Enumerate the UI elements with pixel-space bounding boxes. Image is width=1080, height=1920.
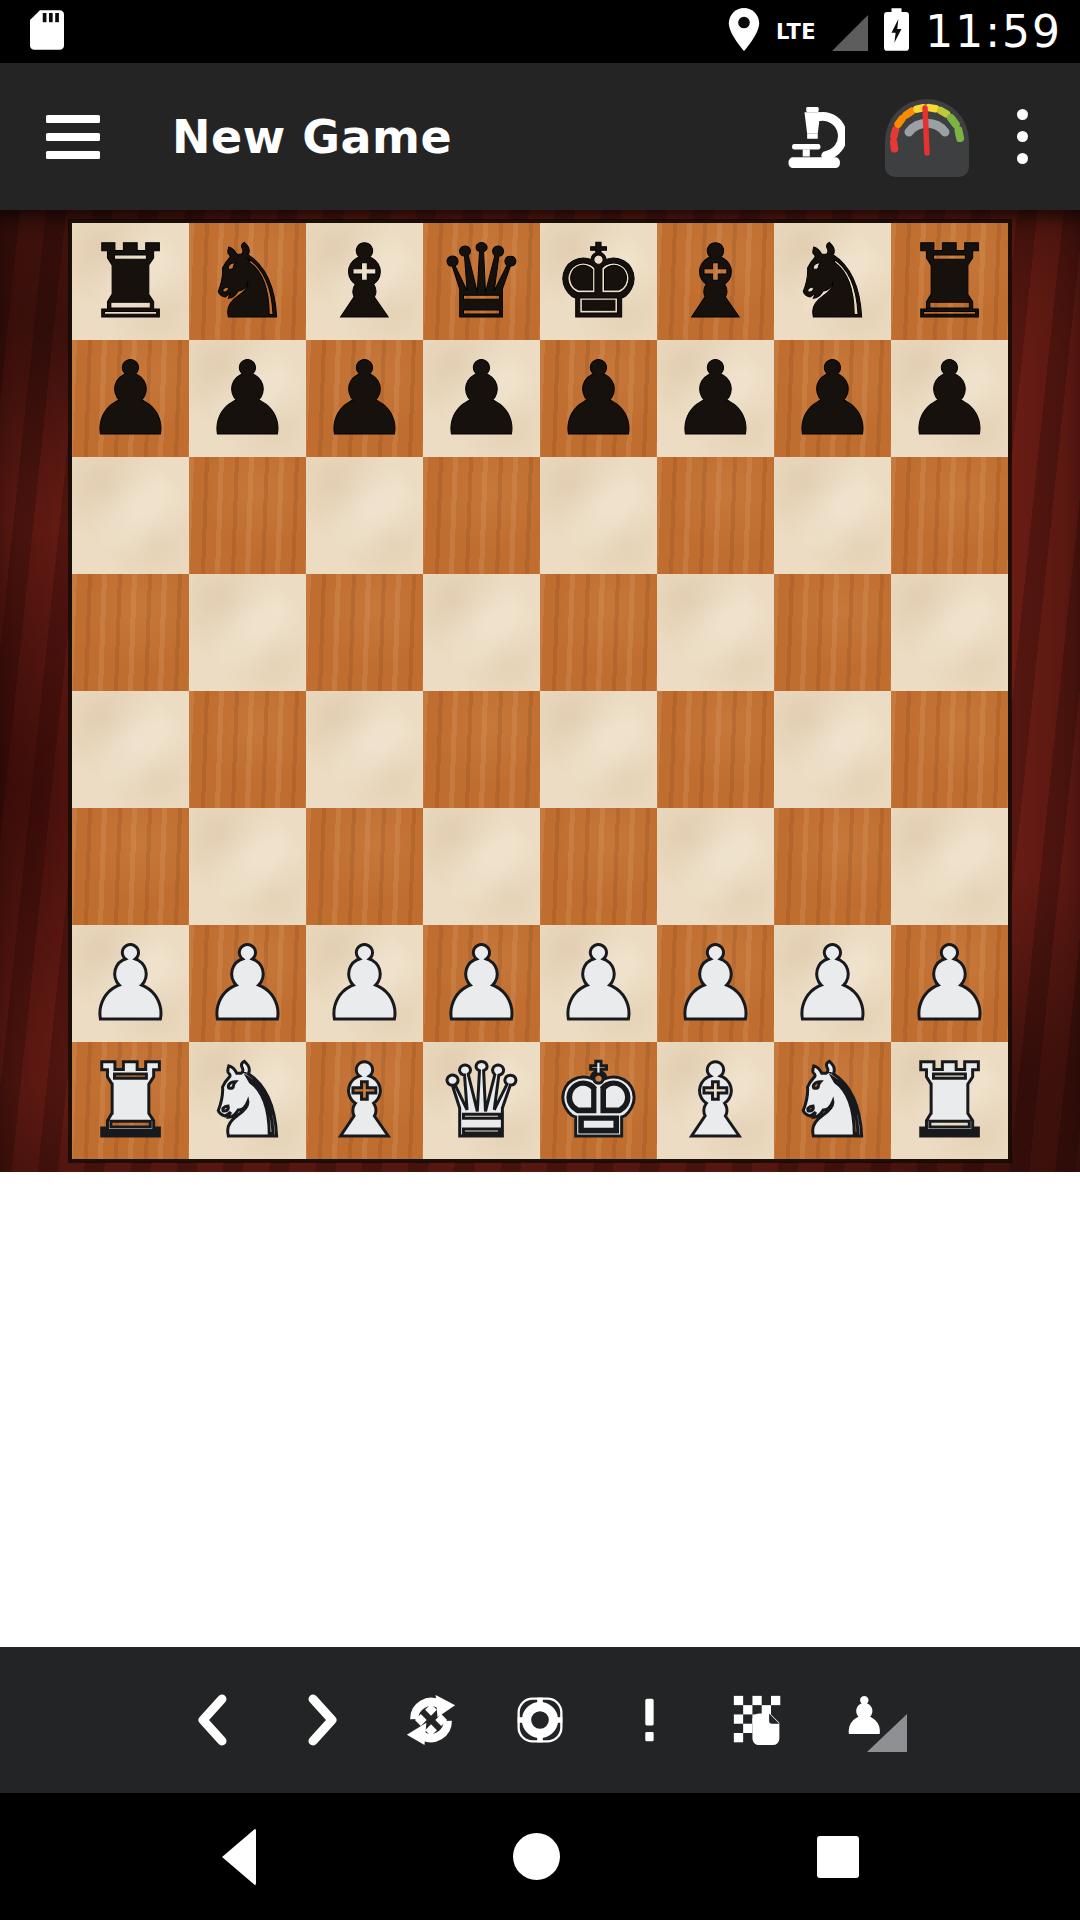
next-move-button[interactable] bbox=[296, 1694, 348, 1746]
board-background: ♜♞♝♛♚♝♞♜♟♟♟♟♟♟♟♟♟♟♟♟♟♟♟♟♜♞♝♛♚♝♞♜ bbox=[0, 210, 1080, 1172]
recents-square-icon bbox=[817, 1836, 859, 1878]
square-c4[interactable] bbox=[306, 691, 423, 808]
nav-back-button[interactable] bbox=[222, 1828, 256, 1886]
black-rook: ♜ bbox=[904, 231, 995, 333]
white-knight: ♞ bbox=[202, 1050, 293, 1152]
square-b2[interactable]: ♟ bbox=[189, 925, 306, 1042]
square-e3[interactable] bbox=[540, 808, 657, 925]
square-d5[interactable] bbox=[423, 574, 540, 691]
black-queen: ♛ bbox=[436, 231, 527, 333]
square-h8[interactable]: ♜ bbox=[891, 223, 1008, 340]
white-king: ♚ bbox=[553, 1050, 644, 1152]
square-a8[interactable]: ♜ bbox=[72, 223, 189, 340]
white-rook: ♜ bbox=[904, 1050, 995, 1152]
page-title: New Game bbox=[172, 110, 452, 164]
app-bar: New Game bbox=[0, 63, 1080, 210]
white-bishop: ♝ bbox=[670, 1050, 761, 1152]
square-f4[interactable] bbox=[657, 691, 774, 808]
home-circle-icon bbox=[513, 1833, 560, 1880]
square-g6[interactable] bbox=[774, 457, 891, 574]
white-queen: ♛ bbox=[436, 1050, 527, 1152]
signal-empty-icon bbox=[832, 15, 868, 51]
black-knight: ♞ bbox=[202, 231, 293, 333]
square-e1[interactable]: ♚ bbox=[540, 1042, 657, 1159]
square-d3[interactable] bbox=[423, 808, 540, 925]
white-pawn: ♟ bbox=[904, 933, 995, 1035]
android-nav-bar bbox=[0, 1793, 1080, 1920]
chessboard[interactable]: ♜♞♝♛♚♝♞♜♟♟♟♟♟♟♟♟♟♟♟♟♟♟♟♟♜♞♝♛♚♝♞♜ bbox=[69, 220, 1011, 1162]
square-b6[interactable] bbox=[189, 457, 306, 574]
square-d6[interactable] bbox=[423, 457, 540, 574]
hamburger-menu-icon[interactable] bbox=[46, 115, 100, 159]
previous-move-button[interactable] bbox=[187, 1694, 239, 1746]
square-a3[interactable] bbox=[72, 808, 189, 925]
square-f3[interactable] bbox=[657, 808, 774, 925]
white-pawn: ♟ bbox=[85, 933, 176, 1035]
lte-label: LTE bbox=[776, 20, 816, 44]
square-h1[interactable]: ♜ bbox=[891, 1042, 1008, 1159]
black-bishop: ♝ bbox=[319, 231, 410, 333]
square-g7[interactable]: ♟ bbox=[774, 340, 891, 457]
white-pawn: ♟ bbox=[319, 933, 410, 1035]
square-f7[interactable]: ♟ bbox=[657, 340, 774, 457]
hint-lifebuoy-button[interactable] bbox=[514, 1694, 566, 1746]
square-c1[interactable]: ♝ bbox=[306, 1042, 423, 1159]
square-h5[interactable] bbox=[891, 574, 1008, 691]
sd-card-icon bbox=[30, 10, 64, 54]
square-a1[interactable]: ♜ bbox=[72, 1042, 189, 1159]
clock-time: 11:59 bbox=[925, 6, 1062, 57]
square-b4[interactable] bbox=[189, 691, 306, 808]
white-rook: ♜ bbox=[85, 1050, 176, 1152]
square-c7[interactable]: ♟ bbox=[306, 340, 423, 457]
square-f5[interactable] bbox=[657, 574, 774, 691]
status-bar: LTE 11:59 bbox=[0, 0, 1080, 63]
square-b3[interactable] bbox=[189, 808, 306, 925]
square-b8[interactable]: ♞ bbox=[189, 223, 306, 340]
square-c6[interactable] bbox=[306, 457, 423, 574]
white-pawn: ♟ bbox=[787, 933, 878, 1035]
content-blank-area bbox=[0, 1172, 1080, 1647]
black-pawn: ♟ bbox=[319, 348, 410, 450]
black-pawn: ♟ bbox=[436, 348, 527, 450]
square-h7[interactable]: ♟ bbox=[891, 340, 1008, 457]
square-g4[interactable] bbox=[774, 691, 891, 808]
level-triangle-icon bbox=[867, 1714, 907, 1752]
battery-charging-icon bbox=[884, 8, 909, 55]
black-pawn: ♟ bbox=[202, 348, 293, 450]
square-b7[interactable]: ♟ bbox=[189, 340, 306, 457]
square-f8[interactable]: ♝ bbox=[657, 223, 774, 340]
white-pawn: ♟ bbox=[202, 933, 293, 1035]
square-e8[interactable]: ♚ bbox=[540, 223, 657, 340]
setup-position-button[interactable] bbox=[732, 1694, 784, 1746]
square-d1[interactable]: ♛ bbox=[423, 1042, 540, 1159]
black-knight: ♞ bbox=[787, 231, 878, 333]
square-f6[interactable] bbox=[657, 457, 774, 574]
square-e4[interactable] bbox=[540, 691, 657, 808]
square-c8[interactable]: ♝ bbox=[306, 223, 423, 340]
black-rook: ♜ bbox=[85, 231, 176, 333]
square-d2[interactable]: ♟ bbox=[423, 925, 540, 1042]
square-g8[interactable]: ♞ bbox=[774, 223, 891, 340]
white-pawn: ♟ bbox=[670, 933, 761, 1035]
square-g5[interactable] bbox=[774, 574, 891, 691]
alert-exclamation-button[interactable] bbox=[623, 1694, 675, 1746]
player-level-button[interactable]: ♟ bbox=[841, 1694, 893, 1746]
square-e5[interactable] bbox=[540, 574, 657, 691]
square-d7[interactable]: ♟ bbox=[423, 340, 540, 457]
black-bishop: ♝ bbox=[670, 231, 761, 333]
engine-gauge-icon[interactable] bbox=[881, 95, 973, 179]
location-icon bbox=[728, 8, 760, 55]
square-h4[interactable] bbox=[891, 691, 1008, 808]
white-pawn: ♟ bbox=[553, 933, 644, 1035]
overflow-menu-icon[interactable] bbox=[1009, 105, 1036, 168]
white-bishop: ♝ bbox=[319, 1050, 410, 1152]
square-f2[interactable]: ♟ bbox=[657, 925, 774, 1042]
black-pawn: ♟ bbox=[85, 348, 176, 450]
black-pawn: ♟ bbox=[787, 348, 878, 450]
microscope-analysis-icon[interactable] bbox=[787, 106, 845, 168]
nav-recents-button[interactable] bbox=[817, 1836, 859, 1878]
square-g2[interactable]: ♟ bbox=[774, 925, 891, 1042]
square-g1[interactable]: ♞ bbox=[774, 1042, 891, 1159]
square-e7[interactable]: ♟ bbox=[540, 340, 657, 457]
black-pawn: ♟ bbox=[904, 348, 995, 450]
white-pawn: ♟ bbox=[436, 933, 527, 1035]
square-h6[interactable] bbox=[891, 457, 1008, 574]
square-c2[interactable]: ♟ bbox=[306, 925, 423, 1042]
square-d4[interactable] bbox=[423, 691, 540, 808]
square-c3[interactable] bbox=[306, 808, 423, 925]
square-b5[interactable] bbox=[189, 574, 306, 691]
square-a4[interactable] bbox=[72, 691, 189, 808]
square-a7[interactable]: ♟ bbox=[72, 340, 189, 457]
square-h3[interactable] bbox=[891, 808, 1008, 925]
square-a5[interactable] bbox=[72, 574, 189, 691]
square-f1[interactable]: ♝ bbox=[657, 1042, 774, 1159]
move-toolbar: ♟ bbox=[0, 1647, 1080, 1793]
square-a6[interactable] bbox=[72, 457, 189, 574]
square-d8[interactable]: ♛ bbox=[423, 223, 540, 340]
flip-switch-sides-button[interactable] bbox=[405, 1694, 457, 1746]
square-e2[interactable]: ♟ bbox=[540, 925, 657, 1042]
black-pawn: ♟ bbox=[553, 348, 644, 450]
white-knight: ♞ bbox=[787, 1050, 878, 1152]
square-a2[interactable]: ♟ bbox=[72, 925, 189, 1042]
black-king: ♚ bbox=[553, 231, 644, 333]
square-g3[interactable] bbox=[774, 808, 891, 925]
square-c5[interactable] bbox=[306, 574, 423, 691]
square-b1[interactable]: ♞ bbox=[189, 1042, 306, 1159]
square-e6[interactable] bbox=[540, 457, 657, 574]
back-triangle-icon bbox=[222, 1828, 256, 1886]
black-pawn: ♟ bbox=[670, 348, 761, 450]
square-h2[interactable]: ♟ bbox=[891, 925, 1008, 1042]
nav-home-button[interactable] bbox=[513, 1833, 560, 1880]
